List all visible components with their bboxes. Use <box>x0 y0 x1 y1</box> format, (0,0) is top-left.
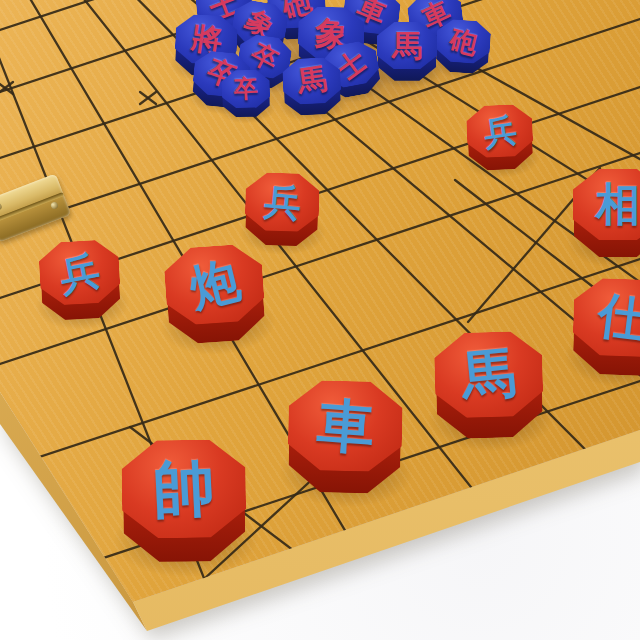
piece-character: 馬 <box>459 345 518 404</box>
piece-character: 兵 <box>262 182 302 222</box>
red-piece-horse[interactable]: 馬 <box>434 331 545 442</box>
piece-face: 馬 <box>377 22 437 69</box>
red-piece-soldier-1[interactable]: 兵 <box>466 104 535 173</box>
hinge-screw <box>0 202 3 211</box>
blue-piece-soldier-3[interactable]: 卒 <box>222 70 271 119</box>
piece-character: 兵 <box>481 112 518 149</box>
piece-character: 帥 <box>151 456 216 521</box>
piece-character: 兵 <box>56 249 103 296</box>
hinge-screw <box>50 201 59 210</box>
red-piece-chariot[interactable]: 車 <box>287 380 403 496</box>
piece-character: 炮 <box>185 255 244 314</box>
piece-character: 砲 <box>447 25 480 58</box>
red-piece-elephant[interactable]: 相 <box>573 169 640 259</box>
scene: 士將卒象砲象卒卒馬車馬車砲士兵兵兵炮相仕馬車帥 <box>0 0 640 640</box>
red-piece-advisor[interactable]: 仕 <box>571 277 640 378</box>
red-piece-cannon[interactable]: 炮 <box>163 243 268 348</box>
red-piece-soldier-3[interactable]: 兵 <box>38 239 122 323</box>
red-piece-general[interactable]: 帥 <box>121 439 247 565</box>
piece-character: 仕 <box>595 290 640 345</box>
piece-character: 卒 <box>233 76 258 101</box>
piece-character: 馬 <box>392 31 422 61</box>
blue-piece-horse-1[interactable]: 馬 <box>282 57 342 117</box>
piece-character: 車 <box>315 396 376 457</box>
piece-character: 相 <box>596 182 640 227</box>
piece-character: 馬 <box>295 64 328 97</box>
red-piece-soldier-2[interactable]: 兵 <box>244 172 320 248</box>
